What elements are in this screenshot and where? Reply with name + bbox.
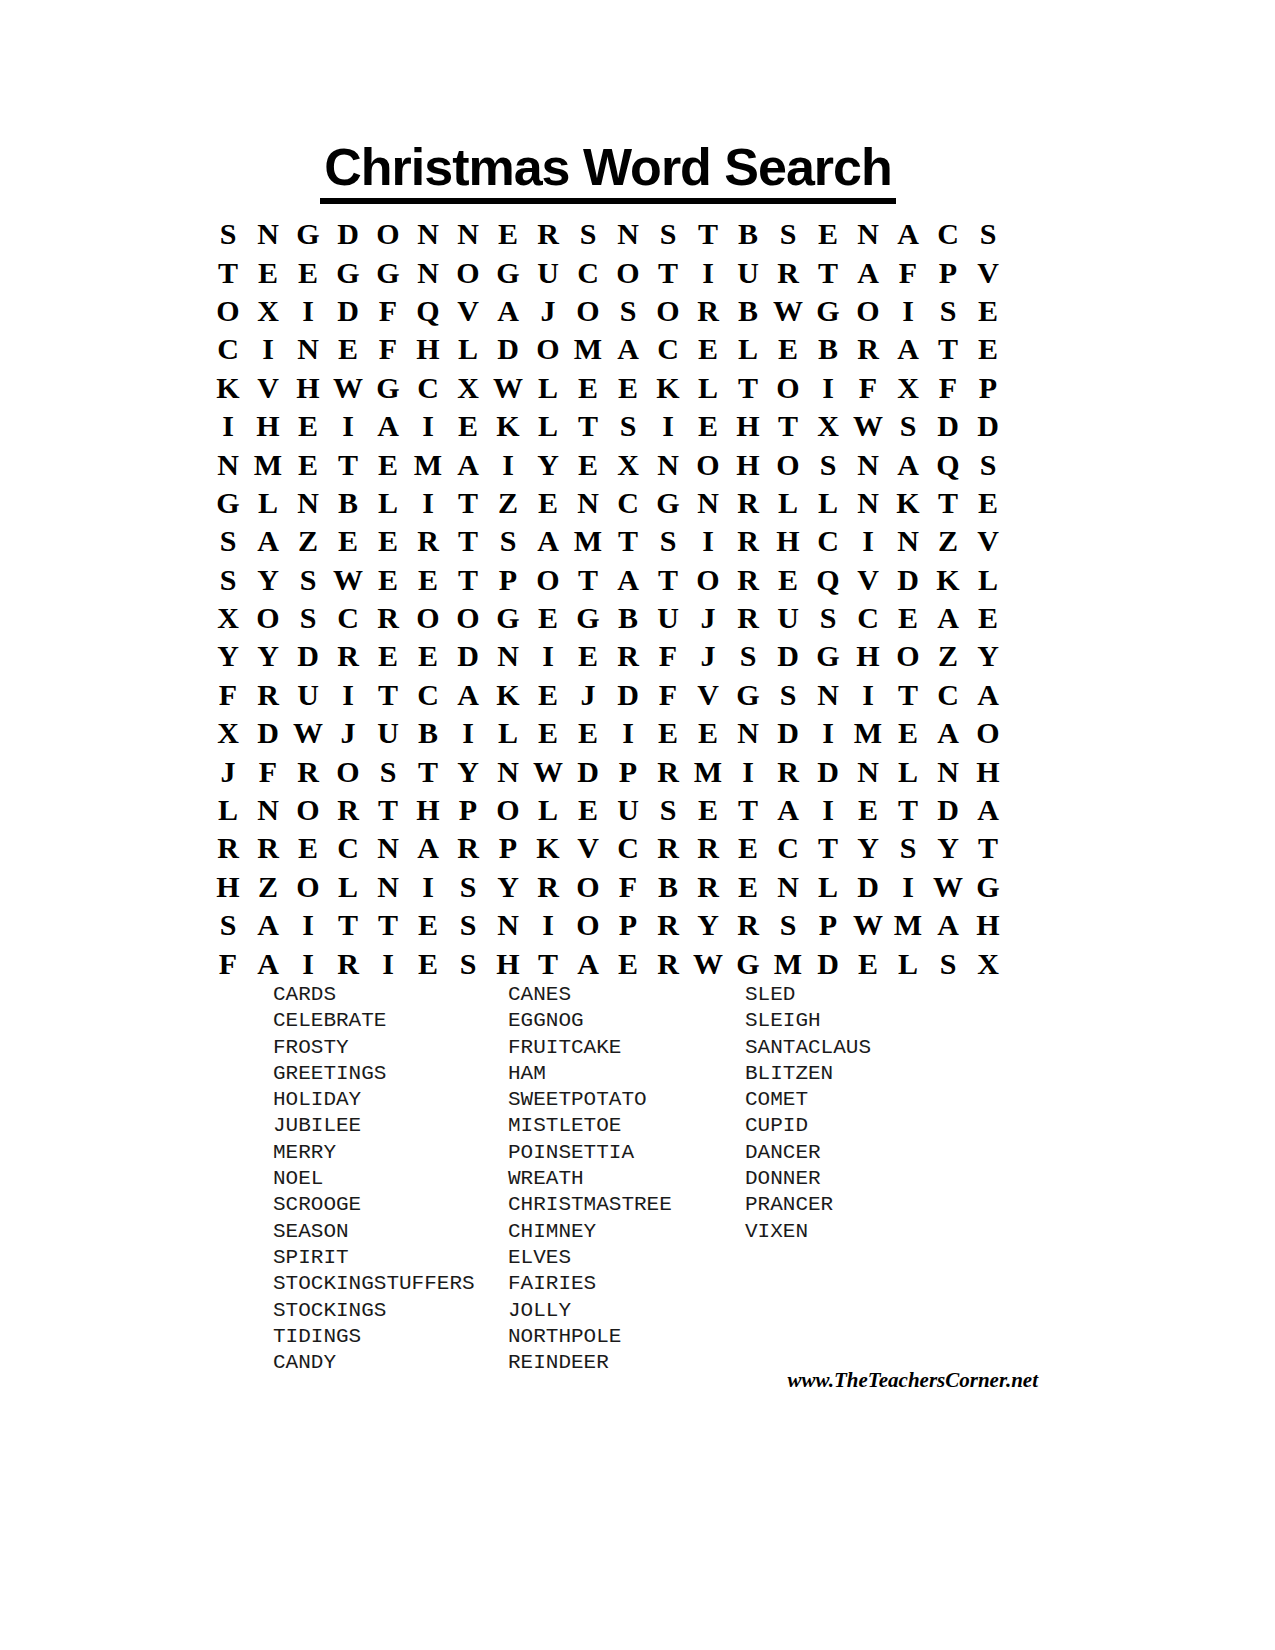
grid-cell-r18c6[interactable]: I	[408, 868, 448, 906]
grid-cell-r7c8[interactable]: I	[488, 445, 528, 483]
grid-cell-r7c17[interactable]: N	[848, 445, 888, 483]
grid-cell-r14c19[interactable]: A	[928, 714, 968, 752]
grid-cell-r20c1[interactable]: F	[208, 944, 248, 982]
grid-cell-r14c11[interactable]: I	[608, 714, 648, 752]
grid-cell-r6c16[interactable]: X	[808, 407, 848, 445]
grid-cell-r9c19[interactable]: Z	[928, 522, 968, 560]
grid-cell-r14c6[interactable]: B	[408, 714, 448, 752]
grid-cell-r2c5[interactable]: G	[368, 253, 408, 291]
grid-cell-r5c12[interactable]: K	[648, 369, 688, 407]
grid-cell-r13c1[interactable]: F	[208, 676, 248, 714]
grid-cell-r12c9[interactable]: I	[528, 637, 568, 675]
grid-cell-r17c7[interactable]: R	[448, 829, 488, 867]
grid-cell-r19c13[interactable]: Y	[688, 906, 728, 944]
grid-cell-r6c15[interactable]: T	[768, 407, 808, 445]
grid-cell-r14c8[interactable]: L	[488, 714, 528, 752]
grid-cell-r13c12[interactable]: F	[648, 676, 688, 714]
grid-cell-r14c16[interactable]: I	[808, 714, 848, 752]
grid-cell-r1c12[interactable]: S	[648, 215, 688, 253]
grid-cell-r6c13[interactable]: E	[688, 407, 728, 445]
grid-cell-r20c20[interactable]: X	[968, 944, 1008, 982]
grid-cell-r14c5[interactable]: U	[368, 714, 408, 752]
grid-cell-r5c1[interactable]: K	[208, 369, 248, 407]
grid-cell-r15c4[interactable]: O	[328, 752, 368, 790]
grid-cell-r4c18[interactable]: A	[888, 330, 928, 368]
grid-cell-r4c7[interactable]: L	[448, 330, 488, 368]
grid-cell-r9c13[interactable]: I	[688, 522, 728, 560]
grid-cell-r16c16[interactable]: I	[808, 791, 848, 829]
grid-cell-r15c13[interactable]: M	[688, 752, 728, 790]
grid-cell-r6c7[interactable]: E	[448, 407, 488, 445]
grid-cell-r13c4[interactable]: I	[328, 676, 368, 714]
grid-cell-r2c17[interactable]: A	[848, 253, 888, 291]
grid-cell-r10c1[interactable]: S	[208, 561, 248, 599]
grid-cell-r15c3[interactable]: R	[288, 752, 328, 790]
grid-cell-r20c14[interactable]: G	[728, 944, 768, 982]
grid-cell-r11c13[interactable]: J	[688, 599, 728, 637]
grid-cell-r6c11[interactable]: S	[608, 407, 648, 445]
grid-cell-r1c13[interactable]: T	[688, 215, 728, 253]
grid-cell-r16c4[interactable]: R	[328, 791, 368, 829]
grid-cell-r17c4[interactable]: C	[328, 829, 368, 867]
grid-cell-r12c16[interactable]: G	[808, 637, 848, 675]
grid-cell-r17c14[interactable]: E	[728, 829, 768, 867]
grid-cell-r4c15[interactable]: E	[768, 330, 808, 368]
grid-cell-r6c4[interactable]: I	[328, 407, 368, 445]
grid-cell-r11c16[interactable]: S	[808, 599, 848, 637]
grid-cell-r13c2[interactable]: R	[248, 676, 288, 714]
grid-cell-r11c15[interactable]: U	[768, 599, 808, 637]
grid-cell-r4c3[interactable]: N	[288, 330, 328, 368]
grid-cell-r15c10[interactable]: D	[568, 752, 608, 790]
grid-cell-r13c11[interactable]: D	[608, 676, 648, 714]
grid-cell-r17c2[interactable]: R	[248, 829, 288, 867]
grid-cell-r1c6[interactable]: N	[408, 215, 448, 253]
grid-cell-r3c1[interactable]: O	[208, 292, 248, 330]
grid-cell-r2c9[interactable]: U	[528, 253, 568, 291]
grid-cell-r19c18[interactable]: M	[888, 906, 928, 944]
grid-cell-r2c15[interactable]: R	[768, 253, 808, 291]
grid-cell-r18c8[interactable]: Y	[488, 868, 528, 906]
grid-cell-r4c5[interactable]: F	[368, 330, 408, 368]
grid-cell-r8c12[interactable]: G	[648, 484, 688, 522]
grid-cell-r18c13[interactable]: R	[688, 868, 728, 906]
grid-cell-r12c4[interactable]: R	[328, 637, 368, 675]
grid-cell-r10c19[interactable]: K	[928, 561, 968, 599]
grid-cell-r12c12[interactable]: F	[648, 637, 688, 675]
grid-cell-r15c1[interactable]: J	[208, 752, 248, 790]
grid-cell-r2c10[interactable]: C	[568, 253, 608, 291]
grid-cell-r3c9[interactable]: J	[528, 292, 568, 330]
grid-cell-r9c9[interactable]: A	[528, 522, 568, 560]
grid-cell-r20c3[interactable]: I	[288, 944, 328, 982]
grid-cell-r19c4[interactable]: T	[328, 906, 368, 944]
grid-cell-r4c16[interactable]: B	[808, 330, 848, 368]
grid-cell-r2c19[interactable]: P	[928, 253, 968, 291]
grid-cell-r1c17[interactable]: N	[848, 215, 888, 253]
grid-cell-r5c16[interactable]: I	[808, 369, 848, 407]
grid-cell-r4c10[interactable]: M	[568, 330, 608, 368]
grid-cell-r18c19[interactable]: W	[928, 868, 968, 906]
grid-cell-r4c6[interactable]: H	[408, 330, 448, 368]
grid-cell-r19c11[interactable]: P	[608, 906, 648, 944]
grid-cell-r17c1[interactable]: R	[208, 829, 248, 867]
grid-cell-r15c7[interactable]: Y	[448, 752, 488, 790]
grid-cell-r20c11[interactable]: E	[608, 944, 648, 982]
grid-cell-r9c18[interactable]: N	[888, 522, 928, 560]
grid-cell-r14c2[interactable]: D	[248, 714, 288, 752]
grid-cell-r1c9[interactable]: R	[528, 215, 568, 253]
grid-cell-r11c11[interactable]: B	[608, 599, 648, 637]
grid-cell-r9c2[interactable]: A	[248, 522, 288, 560]
grid-cell-r7c5[interactable]: E	[368, 445, 408, 483]
grid-cell-r11c14[interactable]: R	[728, 599, 768, 637]
grid-cell-r17c18[interactable]: S	[888, 829, 928, 867]
grid-cell-r20c5[interactable]: I	[368, 944, 408, 982]
grid-cell-r20c15[interactable]: M	[768, 944, 808, 982]
grid-cell-r16c15[interactable]: A	[768, 791, 808, 829]
grid-cell-r18c15[interactable]: N	[768, 868, 808, 906]
grid-cell-r2c20[interactable]: V	[968, 253, 1008, 291]
grid-cell-r3c19[interactable]: S	[928, 292, 968, 330]
grid-cell-r5c17[interactable]: F	[848, 369, 888, 407]
grid-cell-r19c14[interactable]: R	[728, 906, 768, 944]
grid-cell-r11c8[interactable]: G	[488, 599, 528, 637]
grid-cell-r1c1[interactable]: S	[208, 215, 248, 253]
grid-cell-r17c8[interactable]: P	[488, 829, 528, 867]
grid-cell-r10c14[interactable]: R	[728, 561, 768, 599]
grid-cell-r16c7[interactable]: P	[448, 791, 488, 829]
grid-cell-r11c7[interactable]: O	[448, 599, 488, 637]
grid-cell-r3c20[interactable]: E	[968, 292, 1008, 330]
grid-cell-r13c14[interactable]: G	[728, 676, 768, 714]
grid-cell-r7c16[interactable]: S	[808, 445, 848, 483]
grid-cell-r19c19[interactable]: A	[928, 906, 968, 944]
grid-cell-r5c19[interactable]: F	[928, 369, 968, 407]
grid-cell-r13c15[interactable]: S	[768, 676, 808, 714]
grid-cell-r10c12[interactable]: T	[648, 561, 688, 599]
grid-cell-r4c14[interactable]: L	[728, 330, 768, 368]
grid-cell-r9c16[interactable]: C	[808, 522, 848, 560]
grid-cell-r17c17[interactable]: Y	[848, 829, 888, 867]
grid-cell-r11c4[interactable]: C	[328, 599, 368, 637]
grid-cell-r15c15[interactable]: R	[768, 752, 808, 790]
grid-cell-r11c9[interactable]: E	[528, 599, 568, 637]
grid-cell-r6c17[interactable]: W	[848, 407, 888, 445]
grid-cell-r7c6[interactable]: M	[408, 445, 448, 483]
grid-cell-r16c20[interactable]: A	[968, 791, 1008, 829]
grid-cell-r18c1[interactable]: H	[208, 868, 248, 906]
grid-cell-r5c5[interactable]: G	[368, 369, 408, 407]
grid-cell-r10c17[interactable]: V	[848, 561, 888, 599]
grid-cell-r3c16[interactable]: G	[808, 292, 848, 330]
grid-cell-r18c18[interactable]: I	[888, 868, 928, 906]
grid-cell-r18c12[interactable]: B	[648, 868, 688, 906]
grid-cell-r14c17[interactable]: M	[848, 714, 888, 752]
grid-cell-r19c20[interactable]: H	[968, 906, 1008, 944]
grid-cell-r11c2[interactable]: O	[248, 599, 288, 637]
grid-cell-r6c3[interactable]: E	[288, 407, 328, 445]
grid-cell-r16c6[interactable]: H	[408, 791, 448, 829]
grid-cell-r14c14[interactable]: N	[728, 714, 768, 752]
grid-cell-r1c5[interactable]: O	[368, 215, 408, 253]
grid-cell-r6c9[interactable]: L	[528, 407, 568, 445]
grid-cell-r16c18[interactable]: T	[888, 791, 928, 829]
grid-cell-r1c4[interactable]: D	[328, 215, 368, 253]
grid-cell-r12c17[interactable]: H	[848, 637, 888, 675]
grid-cell-r8c16[interactable]: L	[808, 484, 848, 522]
grid-cell-r19c5[interactable]: T	[368, 906, 408, 944]
grid-cell-r20c18[interactable]: L	[888, 944, 928, 982]
grid-cell-r4c4[interactable]: E	[328, 330, 368, 368]
grid-cell-r9c17[interactable]: I	[848, 522, 888, 560]
grid-cell-r12c13[interactable]: J	[688, 637, 728, 675]
grid-cell-r2c7[interactable]: O	[448, 253, 488, 291]
grid-cell-r7c12[interactable]: N	[648, 445, 688, 483]
grid-cell-r17c5[interactable]: N	[368, 829, 408, 867]
grid-cell-r7c4[interactable]: T	[328, 445, 368, 483]
grid-cell-r13c16[interactable]: N	[808, 676, 848, 714]
grid-cell-r20c17[interactable]: E	[848, 944, 888, 982]
grid-cell-r16c8[interactable]: O	[488, 791, 528, 829]
grid-cell-r6c14[interactable]: H	[728, 407, 768, 445]
grid-cell-r16c9[interactable]: L	[528, 791, 568, 829]
grid-cell-r13c6[interactable]: C	[408, 676, 448, 714]
grid-cell-r15c2[interactable]: F	[248, 752, 288, 790]
grid-cell-r4c8[interactable]: D	[488, 330, 528, 368]
grid-cell-r13c13[interactable]: V	[688, 676, 728, 714]
grid-cell-r20c8[interactable]: H	[488, 944, 528, 982]
grid-cell-r13c20[interactable]: A	[968, 676, 1008, 714]
grid-cell-r13c3[interactable]: U	[288, 676, 328, 714]
grid-cell-r8c14[interactable]: R	[728, 484, 768, 522]
grid-cell-r19c1[interactable]: S	[208, 906, 248, 944]
grid-cell-r15c17[interactable]: N	[848, 752, 888, 790]
grid-cell-r2c6[interactable]: N	[408, 253, 448, 291]
grid-cell-r2c2[interactable]: E	[248, 253, 288, 291]
grid-cell-r11c5[interactable]: R	[368, 599, 408, 637]
grid-cell-r7c18[interactable]: A	[888, 445, 928, 483]
grid-cell-r16c5[interactable]: T	[368, 791, 408, 829]
grid-cell-r3c13[interactable]: R	[688, 292, 728, 330]
grid-cell-r8c7[interactable]: T	[448, 484, 488, 522]
grid-cell-r3c10[interactable]: O	[568, 292, 608, 330]
grid-cell-r9c20[interactable]: V	[968, 522, 1008, 560]
grid-cell-r11c17[interactable]: C	[848, 599, 888, 637]
grid-cell-r10c8[interactable]: P	[488, 561, 528, 599]
grid-cell-r4c17[interactable]: R	[848, 330, 888, 368]
grid-cell-r9c8[interactable]: S	[488, 522, 528, 560]
grid-cell-r16c14[interactable]: T	[728, 791, 768, 829]
grid-cell-r3c11[interactable]: S	[608, 292, 648, 330]
grid-cell-r6c8[interactable]: K	[488, 407, 528, 445]
grid-cell-r5c4[interactable]: W	[328, 369, 368, 407]
grid-cell-r9c6[interactable]: R	[408, 522, 448, 560]
grid-cell-r4c9[interactable]: O	[528, 330, 568, 368]
grid-cell-r14c1[interactable]: X	[208, 714, 248, 752]
grid-cell-r1c14[interactable]: B	[728, 215, 768, 253]
grid-cell-r5c9[interactable]: L	[528, 369, 568, 407]
grid-cell-r1c19[interactable]: C	[928, 215, 968, 253]
grid-cell-r3c18[interactable]: I	[888, 292, 928, 330]
grid-cell-r20c12[interactable]: R	[648, 944, 688, 982]
grid-cell-r7c2[interactable]: M	[248, 445, 288, 483]
grid-cell-r17c16[interactable]: T	[808, 829, 848, 867]
grid-cell-r6c12[interactable]: I	[648, 407, 688, 445]
grid-cell-r18c17[interactable]: D	[848, 868, 888, 906]
grid-cell-r13c18[interactable]: T	[888, 676, 928, 714]
grid-cell-r2c4[interactable]: G	[328, 253, 368, 291]
grid-cell-r5c8[interactable]: W	[488, 369, 528, 407]
grid-cell-r3c4[interactable]: D	[328, 292, 368, 330]
grid-cell-r8c9[interactable]: E	[528, 484, 568, 522]
grid-cell-r5c13[interactable]: L	[688, 369, 728, 407]
grid-cell-r12c15[interactable]: D	[768, 637, 808, 675]
grid-cell-r9c1[interactable]: S	[208, 522, 248, 560]
grid-cell-r8c19[interactable]: T	[928, 484, 968, 522]
grid-cell-r11c12[interactable]: U	[648, 599, 688, 637]
grid-cell-r18c16[interactable]: L	[808, 868, 848, 906]
grid-cell-r5c2[interactable]: V	[248, 369, 288, 407]
grid-cell-r16c11[interactable]: U	[608, 791, 648, 829]
grid-cell-r2c8[interactable]: G	[488, 253, 528, 291]
grid-cell-r10c10[interactable]: T	[568, 561, 608, 599]
grid-cell-r18c9[interactable]: R	[528, 868, 568, 906]
grid-cell-r13c7[interactable]: A	[448, 676, 488, 714]
grid-cell-r6c1[interactable]: I	[208, 407, 248, 445]
grid-cell-r12c5[interactable]: E	[368, 637, 408, 675]
grid-cell-r14c12[interactable]: E	[648, 714, 688, 752]
grid-cell-r15c11[interactable]: P	[608, 752, 648, 790]
grid-cell-r11c20[interactable]: E	[968, 599, 1008, 637]
grid-cell-r11c10[interactable]: G	[568, 599, 608, 637]
grid-cell-r8c2[interactable]: L	[248, 484, 288, 522]
grid-cell-r8c1[interactable]: G	[208, 484, 248, 522]
grid-cell-r15c5[interactable]: S	[368, 752, 408, 790]
grid-cell-r8c20[interactable]: E	[968, 484, 1008, 522]
grid-cell-r13c8[interactable]: K	[488, 676, 528, 714]
grid-cell-r14c10[interactable]: E	[568, 714, 608, 752]
grid-cell-r9c5[interactable]: E	[368, 522, 408, 560]
grid-cell-r12c10[interactable]: E	[568, 637, 608, 675]
grid-cell-r19c15[interactable]: S	[768, 906, 808, 944]
grid-cell-r10c2[interactable]: Y	[248, 561, 288, 599]
grid-cell-r14c13[interactable]: E	[688, 714, 728, 752]
grid-cell-r8c15[interactable]: L	[768, 484, 808, 522]
grid-cell-r17c3[interactable]: E	[288, 829, 328, 867]
grid-cell-r19c2[interactable]: A	[248, 906, 288, 944]
grid-cell-r11c3[interactable]: S	[288, 599, 328, 637]
grid-cell-r7c3[interactable]: E	[288, 445, 328, 483]
grid-cell-r11c18[interactable]: E	[888, 599, 928, 637]
grid-cell-r8c4[interactable]: B	[328, 484, 368, 522]
grid-cell-r19c12[interactable]: R	[648, 906, 688, 944]
grid-cell-r5c20[interactable]: P	[968, 369, 1008, 407]
grid-cell-r19c6[interactable]: E	[408, 906, 448, 944]
grid-cell-r7c9[interactable]: Y	[528, 445, 568, 483]
grid-cell-r7c15[interactable]: O	[768, 445, 808, 483]
grid-cell-r20c6[interactable]: E	[408, 944, 448, 982]
grid-cell-r15c20[interactable]: H	[968, 752, 1008, 790]
grid-cell-r1c11[interactable]: N	[608, 215, 648, 253]
grid-cell-r9c10[interactable]: M	[568, 522, 608, 560]
grid-cell-r19c3[interactable]: I	[288, 906, 328, 944]
grid-cell-r10c9[interactable]: O	[528, 561, 568, 599]
grid-cell-r15c18[interactable]: L	[888, 752, 928, 790]
grid-cell-r17c11[interactable]: C	[608, 829, 648, 867]
grid-cell-r10c6[interactable]: E	[408, 561, 448, 599]
grid-cell-r7c11[interactable]: X	[608, 445, 648, 483]
grid-cell-r6c19[interactable]: D	[928, 407, 968, 445]
grid-cell-r12c11[interactable]: R	[608, 637, 648, 675]
grid-cell-r16c13[interactable]: E	[688, 791, 728, 829]
grid-cell-r6c20[interactable]: D	[968, 407, 1008, 445]
grid-cell-r18c20[interactable]: G	[968, 868, 1008, 906]
grid-cell-r18c5[interactable]: N	[368, 868, 408, 906]
grid-cell-r15c16[interactable]: D	[808, 752, 848, 790]
grid-cell-r17c15[interactable]: C	[768, 829, 808, 867]
grid-cell-r5c15[interactable]: O	[768, 369, 808, 407]
grid-cell-r18c3[interactable]: O	[288, 868, 328, 906]
grid-cell-r4c20[interactable]: E	[968, 330, 1008, 368]
grid-cell-r10c18[interactable]: D	[888, 561, 928, 599]
grid-cell-r8c18[interactable]: K	[888, 484, 928, 522]
grid-cell-r17c20[interactable]: T	[968, 829, 1008, 867]
grid-cell-r2c11[interactable]: O	[608, 253, 648, 291]
grid-cell-r9c14[interactable]: R	[728, 522, 768, 560]
grid-cell-r1c7[interactable]: N	[448, 215, 488, 253]
grid-cell-r19c9[interactable]: I	[528, 906, 568, 944]
grid-cell-r17c10[interactable]: V	[568, 829, 608, 867]
grid-cell-r10c13[interactable]: O	[688, 561, 728, 599]
grid-cell-r13c17[interactable]: I	[848, 676, 888, 714]
grid-cell-r15c8[interactable]: N	[488, 752, 528, 790]
grid-cell-r7c20[interactable]: S	[968, 445, 1008, 483]
grid-cell-r19c17[interactable]: W	[848, 906, 888, 944]
grid-cell-r7c19[interactable]: Q	[928, 445, 968, 483]
grid-cell-r6c18[interactable]: S	[888, 407, 928, 445]
grid-cell-r7c10[interactable]: E	[568, 445, 608, 483]
grid-cell-r6c6[interactable]: I	[408, 407, 448, 445]
grid-cell-r18c2[interactable]: Z	[248, 868, 288, 906]
grid-cell-r4c13[interactable]: E	[688, 330, 728, 368]
grid-cell-r3c2[interactable]: X	[248, 292, 288, 330]
grid-cell-r4c11[interactable]: A	[608, 330, 648, 368]
grid-cell-r20c13[interactable]: W	[688, 944, 728, 982]
grid-cell-r1c16[interactable]: E	[808, 215, 848, 253]
grid-cell-r5c10[interactable]: E	[568, 369, 608, 407]
grid-cell-r4c2[interactable]: I	[248, 330, 288, 368]
grid-cell-r3c12[interactable]: O	[648, 292, 688, 330]
grid-cell-r7c1[interactable]: N	[208, 445, 248, 483]
grid-cell-r20c16[interactable]: D	[808, 944, 848, 982]
grid-cell-r13c19[interactable]: C	[928, 676, 968, 714]
grid-cell-r10c16[interactable]: Q	[808, 561, 848, 599]
grid-cell-r6c2[interactable]: H	[248, 407, 288, 445]
grid-cell-r8c5[interactable]: L	[368, 484, 408, 522]
grid-cell-r5c18[interactable]: X	[888, 369, 928, 407]
grid-cell-r1c15[interactable]: S	[768, 215, 808, 253]
grid-cell-r15c6[interactable]: T	[408, 752, 448, 790]
grid-cell-r8c8[interactable]: Z	[488, 484, 528, 522]
grid-cell-r9c3[interactable]: Z	[288, 522, 328, 560]
grid-cell-r5c14[interactable]: T	[728, 369, 768, 407]
grid-cell-r12c7[interactable]: D	[448, 637, 488, 675]
grid-cell-r3c15[interactable]: W	[768, 292, 808, 330]
grid-cell-r9c4[interactable]: E	[328, 522, 368, 560]
grid-cell-r7c7[interactable]: A	[448, 445, 488, 483]
grid-cell-r2c14[interactable]: U	[728, 253, 768, 291]
